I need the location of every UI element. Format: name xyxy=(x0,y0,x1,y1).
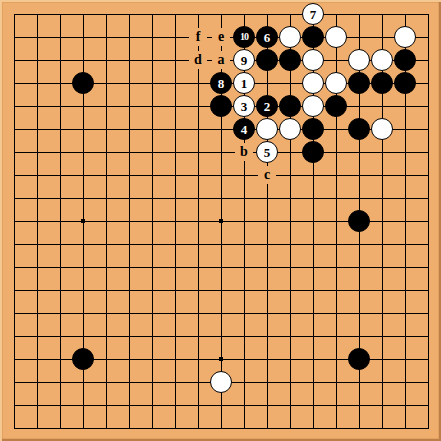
white-stone-move-7[interactable]: 7 xyxy=(302,3,324,25)
point-label-b[interactable]: b xyxy=(235,143,253,161)
black-stone[interactable] xyxy=(371,72,393,94)
white-stone[interactable] xyxy=(279,118,301,140)
hoshi-dot xyxy=(219,357,223,361)
black-stone-move-10[interactable]: 10 xyxy=(233,26,255,48)
black-stone[interactable] xyxy=(302,26,324,48)
white-stone[interactable] xyxy=(279,26,301,48)
white-stone[interactable] xyxy=(325,72,347,94)
white-stone[interactable] xyxy=(210,371,232,393)
white-stone-move-3[interactable]: 3 xyxy=(233,95,255,117)
white-stone[interactable] xyxy=(371,118,393,140)
black-stone[interactable] xyxy=(279,49,301,71)
point-label-d[interactable]: d xyxy=(189,51,207,69)
black-stone-move-6[interactable]: 6 xyxy=(256,26,278,48)
hoshi-dot xyxy=(219,219,223,223)
white-stone[interactable] xyxy=(348,49,370,71)
point-label-f[interactable]: f xyxy=(189,28,207,46)
black-stone[interactable] xyxy=(279,95,301,117)
white-stone[interactable] xyxy=(302,95,324,117)
go-board: fedabc12345678910 xyxy=(0,0,441,441)
black-stone[interactable] xyxy=(72,72,94,94)
point-label-c[interactable]: c xyxy=(258,166,276,184)
black-stone[interactable] xyxy=(394,72,416,94)
hoshi-dot xyxy=(81,219,85,223)
black-stone[interactable] xyxy=(348,210,370,232)
white-stone[interactable] xyxy=(394,26,416,48)
black-stone[interactable] xyxy=(302,141,324,163)
white-stone-move-9[interactable]: 9 xyxy=(233,49,255,71)
black-stone[interactable] xyxy=(325,95,347,117)
black-stone-move-2[interactable]: 2 xyxy=(256,95,278,117)
black-stone[interactable] xyxy=(72,348,94,370)
black-stone[interactable] xyxy=(210,95,232,117)
black-stone-move-4[interactable]: 4 xyxy=(233,118,255,140)
black-stone[interactable] xyxy=(256,49,278,71)
black-stone[interactable] xyxy=(394,49,416,71)
white-stone[interactable] xyxy=(371,49,393,71)
white-stone[interactable] xyxy=(256,118,278,140)
point-label-e[interactable]: e xyxy=(212,28,230,46)
black-stone[interactable] xyxy=(348,72,370,94)
point-label-a[interactable]: a xyxy=(212,51,230,69)
black-stone[interactable] xyxy=(302,118,324,140)
black-stone-move-8[interactable]: 8 xyxy=(210,72,232,94)
white-stone[interactable] xyxy=(302,72,324,94)
white-stone[interactable] xyxy=(302,49,324,71)
black-stone[interactable] xyxy=(348,348,370,370)
white-stone-move-5[interactable]: 5 xyxy=(256,141,278,163)
white-stone-move-1[interactable]: 1 xyxy=(233,72,255,94)
white-stone[interactable] xyxy=(325,26,347,48)
black-stone[interactable] xyxy=(348,118,370,140)
